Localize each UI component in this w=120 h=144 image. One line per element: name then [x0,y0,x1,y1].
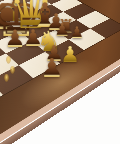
pieces-layer: ♝♝♚♛♝♟♜♟♟♟♞♟♟♟♟ [0,0,120,144]
pawn-piece-f3: ♟ [54,21,70,39]
pawn-piece-g3: ♟ [70,25,84,41]
product-photo-stage: ♝♝♚♛♝♟♜♟♟♟♞♟♟♟♟ [0,0,120,144]
pawn-piece-c2: ♟ [40,55,63,81]
